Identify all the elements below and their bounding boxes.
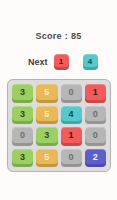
board-tile[interactable]: 5 xyxy=(36,106,57,125)
board-tile[interactable]: 1 xyxy=(61,127,82,146)
board-tile[interactable]: 0 xyxy=(61,84,82,103)
board-tile[interactable]: 5 xyxy=(36,149,57,168)
board-tile[interactable]: 3 xyxy=(36,127,57,146)
next-row: Next 14 xyxy=(28,53,98,71)
next-tile: 4 xyxy=(83,54,98,70)
board-tile[interactable]: 0 xyxy=(61,149,82,168)
score-display: Score : 85 xyxy=(0,31,117,41)
board-tile[interactable]: 0 xyxy=(85,106,106,125)
board-grid[interactable]: 3501354003103502 xyxy=(7,79,111,172)
score-value: 85 xyxy=(71,31,82,41)
next-tile: 1 xyxy=(54,54,69,70)
board-tile[interactable]: 3 xyxy=(12,106,33,125)
board-tile[interactable]: 5 xyxy=(36,84,57,103)
next-label: Next xyxy=(28,57,48,67)
next-tiles: 14 xyxy=(54,54,98,70)
score-label: Score : xyxy=(35,31,68,41)
game-screen: Score : 85 Next 14 3501354003103502 xyxy=(0,0,117,200)
board-tile[interactable]: 2 xyxy=(85,149,106,168)
board-tile[interactable]: 3 xyxy=(12,149,33,168)
board-tile[interactable]: 1 xyxy=(85,84,106,103)
board-tile[interactable]: 0 xyxy=(12,127,33,146)
board-tile[interactable]: 4 xyxy=(61,106,82,125)
board-tile[interactable]: 0 xyxy=(85,127,106,146)
board-tile[interactable]: 3 xyxy=(12,84,33,103)
